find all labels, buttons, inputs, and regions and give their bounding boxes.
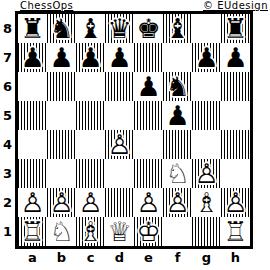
black-bishop-piece: ♝ (163, 14, 192, 43)
square-g8[interactable] (192, 14, 221, 43)
piece-fill: ♟ (134, 72, 163, 101)
white-pawn-piece: ♙ (221, 188, 250, 217)
square-a5[interactable] (18, 101, 47, 130)
square-g2[interactable]: ♝♗ (192, 188, 221, 217)
app-title-link[interactable]: ChessOps (20, 0, 73, 11)
square-a3[interactable] (18, 159, 47, 188)
rank-label-8: 8 (0, 14, 15, 43)
white-pawn-piece: ♙ (47, 188, 76, 217)
file-label-a: a (18, 250, 47, 266)
square-c4[interactable] (76, 130, 105, 159)
rank-label-7: 7 (0, 43, 15, 72)
piece-fill: ♟ (105, 130, 134, 159)
black-bishop-piece: ♝ (76, 14, 105, 43)
square-c5[interactable] (76, 101, 105, 130)
piece-fill: ♟ (47, 43, 76, 72)
rank-labels: 87654321 (0, 14, 15, 246)
square-c6[interactable] (76, 72, 105, 101)
piece-fill: ♟ (105, 43, 134, 72)
piece-fill: ♝ (76, 14, 105, 43)
square-a8[interactable]: ♜♜ (18, 14, 47, 43)
rank-label-2: 2 (0, 188, 15, 217)
square-c7[interactable]: ♟♟ (76, 43, 105, 72)
square-g4[interactable] (192, 130, 221, 159)
piece-fill: ♟ (18, 188, 47, 217)
piece-fill: ♝ (163, 14, 192, 43)
square-e6[interactable]: ♟♟ (134, 72, 163, 101)
white-rook-piece: ♖ (18, 217, 47, 246)
square-h5[interactable] (221, 101, 250, 130)
square-a1[interactable]: ♜♖ (18, 217, 47, 246)
black-pawn-piece: ♟ (105, 43, 134, 72)
square-d6[interactable] (105, 72, 134, 101)
file-label-d: d (105, 250, 134, 266)
square-b6[interactable] (47, 72, 76, 101)
square-h8[interactable]: ♜♜ (221, 14, 250, 43)
file-label-g: g (192, 250, 221, 266)
white-pawn-piece: ♙ (105, 130, 134, 159)
square-h2[interactable]: ♟♙ (221, 188, 250, 217)
black-pawn-piece: ♟ (163, 101, 192, 130)
white-queen-piece: ♕ (105, 217, 134, 246)
square-e1[interactable]: ♚♔ (134, 217, 163, 246)
piece-fill: ♛ (105, 14, 134, 43)
square-d2[interactable] (105, 188, 134, 217)
square-d8[interactable]: ♛♛ (105, 14, 134, 43)
white-king-piece: ♔ (134, 217, 163, 246)
square-d3[interactable] (105, 159, 134, 188)
square-h7[interactable]: ♟♟ (221, 43, 250, 72)
square-g5[interactable] (192, 101, 221, 130)
square-g6[interactable] (192, 72, 221, 101)
white-bishop-piece: ♗ (192, 188, 221, 217)
chess-board: ♜♜♞♞♝♝♛♛♚♚♝♝♜♜♟♟♟♟♟♟♟♟♟♟♟♟♟♟♞♞♟♟♟♙♞♘♟♙♟♙… (15, 11, 253, 249)
black-knight-piece: ♞ (47, 14, 76, 43)
square-h1[interactable]: ♜♖ (221, 217, 250, 246)
black-pawn-piece: ♟ (47, 43, 76, 72)
piece-fill: ♟ (192, 43, 221, 72)
square-f1[interactable] (163, 217, 192, 246)
white-rook-piece: ♖ (221, 217, 250, 246)
credit-link[interactable]: © EUdesign (203, 0, 268, 11)
square-b3[interactable] (47, 159, 76, 188)
square-a2[interactable]: ♟♙ (18, 188, 47, 217)
square-f8[interactable]: ♝♝ (163, 14, 192, 43)
square-a6[interactable] (18, 72, 47, 101)
rank-label-3: 3 (0, 159, 15, 188)
rank-label-1: 1 (0, 217, 15, 246)
white-pawn-piece: ♙ (18, 188, 47, 217)
piece-fill: ♟ (76, 43, 105, 72)
square-b1[interactable]: ♞♘ (47, 217, 76, 246)
white-knight-piece: ♘ (47, 217, 76, 246)
piece-fill: ♜ (18, 217, 47, 246)
square-e7[interactable] (134, 43, 163, 72)
square-e4[interactable] (134, 130, 163, 159)
square-e2[interactable]: ♟♙ (134, 188, 163, 217)
square-b5[interactable] (47, 101, 76, 130)
white-pawn-piece: ♙ (76, 188, 105, 217)
square-d4[interactable]: ♟♙ (105, 130, 134, 159)
black-king-piece: ♚ (134, 14, 163, 43)
piece-fill: ♟ (163, 188, 192, 217)
square-c3[interactable] (76, 159, 105, 188)
piece-fill: ♜ (221, 217, 250, 246)
piece-fill: ♚ (134, 14, 163, 43)
black-queen-piece: ♛ (105, 14, 134, 43)
square-g3[interactable]: ♟♙ (192, 159, 221, 188)
black-knight-piece: ♞ (163, 72, 192, 101)
square-g1[interactable] (192, 217, 221, 246)
square-a4[interactable] (18, 130, 47, 159)
square-f5[interactable]: ♟♟ (163, 101, 192, 130)
square-c1[interactable]: ♝♗ (76, 217, 105, 246)
square-a7[interactable]: ♟♟ (18, 43, 47, 72)
square-f3[interactable]: ♞♘ (163, 159, 192, 188)
piece-fill: ♞ (163, 159, 192, 188)
white-pawn-piece: ♙ (163, 188, 192, 217)
square-f2[interactable]: ♟♙ (163, 188, 192, 217)
square-d1[interactable]: ♛♕ (105, 217, 134, 246)
chess-diagram: ChessOps © EUdesign 87654321 ♜♜♞♞♝♝♛♛♚♚♝… (0, 0, 270, 270)
piece-fill: ♟ (192, 159, 221, 188)
black-pawn-piece: ♟ (76, 43, 105, 72)
piece-fill: ♜ (221, 14, 250, 43)
black-pawn-piece: ♟ (192, 43, 221, 72)
square-b7[interactable]: ♟♟ (47, 43, 76, 72)
square-g7[interactable]: ♟♟ (192, 43, 221, 72)
square-c2[interactable]: ♟♙ (76, 188, 105, 217)
rank-label-5: 5 (0, 101, 15, 130)
rank-label-6: 6 (0, 72, 15, 101)
piece-fill: ♝ (192, 188, 221, 217)
file-label-b: b (47, 250, 76, 266)
black-rook-piece: ♜ (18, 14, 47, 43)
white-pawn-piece: ♙ (134, 188, 163, 217)
file-label-f: f (163, 250, 192, 266)
piece-fill: ♞ (47, 217, 76, 246)
black-pawn-piece: ♟ (18, 43, 47, 72)
square-f4[interactable] (163, 130, 192, 159)
white-knight-piece: ♘ (163, 159, 192, 188)
black-pawn-piece: ♟ (221, 43, 250, 72)
piece-fill: ♟ (47, 188, 76, 217)
file-label-h: h (221, 250, 250, 266)
piece-fill: ♟ (76, 188, 105, 217)
square-f6[interactable]: ♞♞ (163, 72, 192, 101)
square-h4[interactable] (221, 130, 250, 159)
piece-fill: ♟ (221, 43, 250, 72)
black-rook-piece: ♜ (221, 14, 250, 43)
file-label-c: c (76, 250, 105, 266)
square-h3[interactable] (221, 159, 250, 188)
square-b2[interactable]: ♟♙ (47, 188, 76, 217)
square-f7[interactable] (163, 43, 192, 72)
square-d5[interactable] (105, 101, 134, 130)
piece-fill: ♞ (163, 72, 192, 101)
black-pawn-piece: ♟ (134, 72, 163, 101)
rank-label-4: 4 (0, 130, 15, 159)
piece-fill: ♞ (47, 14, 76, 43)
square-e3[interactable] (134, 159, 163, 188)
piece-fill: ♝ (76, 217, 105, 246)
piece-fill: ♟ (134, 188, 163, 217)
square-h6[interactable] (221, 72, 250, 101)
square-e5[interactable] (134, 101, 163, 130)
square-b4[interactable] (47, 130, 76, 159)
square-b8[interactable]: ♞♞ (47, 14, 76, 43)
piece-fill: ♛ (105, 217, 134, 246)
square-d7[interactable]: ♟♟ (105, 43, 134, 72)
piece-fill: ♚ (134, 217, 163, 246)
file-labels: abcdefgh (18, 250, 250, 266)
piece-fill: ♟ (221, 188, 250, 217)
piece-fill: ♟ (163, 101, 192, 130)
square-c8[interactable]: ♝♝ (76, 14, 105, 43)
white-bishop-piece: ♗ (76, 217, 105, 246)
piece-fill: ♜ (18, 14, 47, 43)
piece-fill: ♟ (18, 43, 47, 72)
white-pawn-piece: ♙ (192, 159, 221, 188)
file-label-e: e (134, 250, 163, 266)
square-e8[interactable]: ♚♚ (134, 14, 163, 43)
